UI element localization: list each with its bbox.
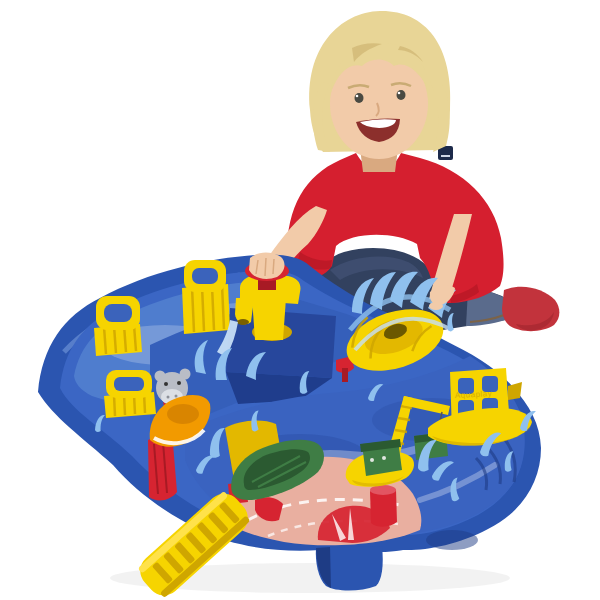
- hippo-nostril-right: [175, 395, 178, 398]
- gate3-handle-hole: [114, 377, 144, 391]
- crank-stem: [342, 368, 348, 382]
- lock-gate-3: [104, 370, 156, 418]
- scene-illustration: Aquaplay: [0, 0, 600, 600]
- left-hand-fingertip: [429, 302, 443, 310]
- eye-left: [355, 93, 364, 103]
- case-foot-right: [426, 530, 478, 550]
- hippo-eye-right: [177, 381, 181, 385]
- hippo-eye-left: [164, 382, 168, 386]
- gate1-handle-hole: [104, 304, 132, 322]
- eye-right-glint: [398, 92, 401, 95]
- gate2-handle-hole: [192, 268, 218, 284]
- lock-gate-2: [182, 260, 230, 334]
- cab-vent-dot-2: [382, 456, 386, 460]
- eye-right: [397, 90, 406, 100]
- hippo-nostril-left: [167, 396, 170, 399]
- eye-left-glint: [356, 95, 359, 98]
- lock-gate-1: [94, 296, 142, 356]
- product-photo: Aquaplay: [0, 0, 600, 600]
- pump-spout-opening: [237, 319, 249, 325]
- crane-base-top: [370, 485, 396, 495]
- cab-vent-dot: [370, 458, 374, 462]
- right-hand-on-pump-knob: [249, 253, 284, 279]
- sleeve-label-text-mark: [441, 155, 450, 157]
- boat-cockpit: [167, 404, 199, 424]
- pump-tower: [252, 298, 286, 340]
